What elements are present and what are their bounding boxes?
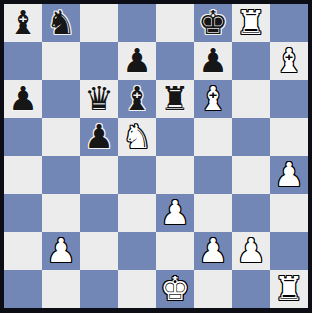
square-a7[interactable]: [4, 42, 42, 80]
white-bishop[interactable]: ♝: [198, 80, 228, 118]
white-bishop[interactable]: ♝: [274, 42, 304, 80]
square-e1[interactable]: ♚: [156, 270, 194, 308]
square-b3[interactable]: [42, 194, 80, 232]
square-e2[interactable]: [156, 232, 194, 270]
white-pawn[interactable]: ♟: [236, 232, 266, 270]
square-e8[interactable]: [156, 4, 194, 42]
black-bishop[interactable]: ♝: [122, 80, 152, 118]
square-d7[interactable]: ♟: [118, 42, 156, 80]
square-b6[interactable]: [42, 80, 80, 118]
square-f5[interactable]: [194, 118, 232, 156]
square-h3[interactable]: [270, 194, 308, 232]
black-pawn[interactable]: ♟: [84, 118, 114, 156]
black-pawn[interactable]: ♟: [198, 42, 228, 80]
white-rook[interactable]: ♜: [274, 270, 304, 308]
square-h7[interactable]: ♝: [270, 42, 308, 80]
square-c1[interactable]: [80, 270, 118, 308]
square-d5[interactable]: ♞: [118, 118, 156, 156]
square-g8[interactable]: ♜: [232, 4, 270, 42]
square-h1[interactable]: ♜: [270, 270, 308, 308]
square-b7[interactable]: [42, 42, 80, 80]
black-queen[interactable]: ♛: [84, 80, 114, 118]
square-g3[interactable]: [232, 194, 270, 232]
square-h8[interactable]: [270, 4, 308, 42]
chess-board: ♝♞♚♜♟♟♝♟♛♝♜♝♟♞♟♟♟♟♟♚♜: [4, 4, 308, 308]
black-knight[interactable]: ♞: [46, 4, 76, 42]
square-e5[interactable]: [156, 118, 194, 156]
square-h2[interactable]: [270, 232, 308, 270]
square-g6[interactable]: [232, 80, 270, 118]
black-pawn[interactable]: ♟: [122, 42, 152, 80]
white-king[interactable]: ♚: [160, 270, 190, 308]
board-frame: ♝♞♚♜♟♟♝♟♛♝♜♝♟♞♟♟♟♟♟♚♜: [0, 0, 312, 313]
square-a4[interactable]: [4, 156, 42, 194]
white-pawn[interactable]: ♟: [46, 232, 76, 270]
square-f1[interactable]: [194, 270, 232, 308]
square-e7[interactable]: [156, 42, 194, 80]
square-c4[interactable]: [80, 156, 118, 194]
square-e3[interactable]: ♟: [156, 194, 194, 232]
white-knight[interactable]: ♞: [122, 118, 152, 156]
square-f3[interactable]: [194, 194, 232, 232]
white-rook[interactable]: ♜: [236, 4, 266, 42]
square-f2[interactable]: ♟: [194, 232, 232, 270]
square-d8[interactable]: [118, 4, 156, 42]
square-f6[interactable]: ♝: [194, 80, 232, 118]
square-a5[interactable]: [4, 118, 42, 156]
square-d4[interactable]: [118, 156, 156, 194]
black-bishop[interactable]: ♝: [8, 4, 38, 42]
square-e4[interactable]: [156, 156, 194, 194]
square-b2[interactable]: ♟: [42, 232, 80, 270]
square-b1[interactable]: [42, 270, 80, 308]
white-pawn[interactable]: ♟: [198, 232, 228, 270]
square-a6[interactable]: ♟: [4, 80, 42, 118]
square-a2[interactable]: [4, 232, 42, 270]
square-c5[interactable]: ♟: [80, 118, 118, 156]
square-f7[interactable]: ♟: [194, 42, 232, 80]
square-h6[interactable]: [270, 80, 308, 118]
white-pawn[interactable]: ♟: [160, 194, 190, 232]
black-king[interactable]: ♚: [198, 4, 228, 42]
square-f8[interactable]: ♚: [194, 4, 232, 42]
square-g2[interactable]: ♟: [232, 232, 270, 270]
square-c7[interactable]: [80, 42, 118, 80]
square-b5[interactable]: [42, 118, 80, 156]
square-b4[interactable]: [42, 156, 80, 194]
square-c2[interactable]: [80, 232, 118, 270]
square-a8[interactable]: ♝: [4, 4, 42, 42]
square-e6[interactable]: ♜: [156, 80, 194, 118]
square-d6[interactable]: ♝: [118, 80, 156, 118]
square-g1[interactable]: [232, 270, 270, 308]
black-rook[interactable]: ♜: [160, 80, 190, 118]
square-h5[interactable]: [270, 118, 308, 156]
square-d1[interactable]: [118, 270, 156, 308]
square-g7[interactable]: [232, 42, 270, 80]
square-d2[interactable]: [118, 232, 156, 270]
white-pawn[interactable]: ♟: [274, 156, 304, 194]
square-b8[interactable]: ♞: [42, 4, 80, 42]
square-c8[interactable]: [80, 4, 118, 42]
square-c6[interactable]: ♛: [80, 80, 118, 118]
square-g4[interactable]: [232, 156, 270, 194]
black-pawn[interactable]: ♟: [8, 80, 38, 118]
square-c3[interactable]: [80, 194, 118, 232]
square-g5[interactable]: [232, 118, 270, 156]
square-a1[interactable]: [4, 270, 42, 308]
square-a3[interactable]: [4, 194, 42, 232]
square-f4[interactable]: [194, 156, 232, 194]
square-d3[interactable]: [118, 194, 156, 232]
square-h4[interactable]: ♟: [270, 156, 308, 194]
